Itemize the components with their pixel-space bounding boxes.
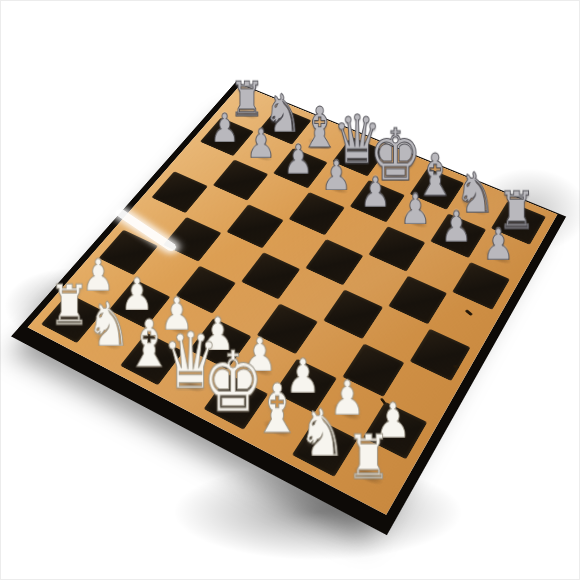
square-h1[interactable]: ♜ bbox=[335, 438, 407, 504]
piece-white-rook[interactable]: ♜ bbox=[334, 427, 404, 488]
chess-board-tilted: ♜♞♝♛♚♝♞♜♟♟♟♟♟♟♟♟♟♟♟♟♟♟♟♟♜♞♝♛♚♝♞♜ bbox=[11, 82, 566, 536]
square-h7[interactable]: ♟ bbox=[470, 229, 531, 279]
piece-black-pawn[interactable]: ♟ bbox=[468, 223, 528, 266]
photo-canvas: ♜♞♝♛♚♝♞♜♟♟♟♟♟♟♟♟♟♟♟♟♟♟♟♟♜♞♝♛♚♝♞♜ bbox=[0, 0, 580, 580]
chess-board-grid: ♜♞♝♛♚♝♞♜♟♟♟♟♟♟♟♟♟♟♟♟♟♟♟♟♜♞♝♛♚♝♞♜ bbox=[28, 85, 558, 515]
